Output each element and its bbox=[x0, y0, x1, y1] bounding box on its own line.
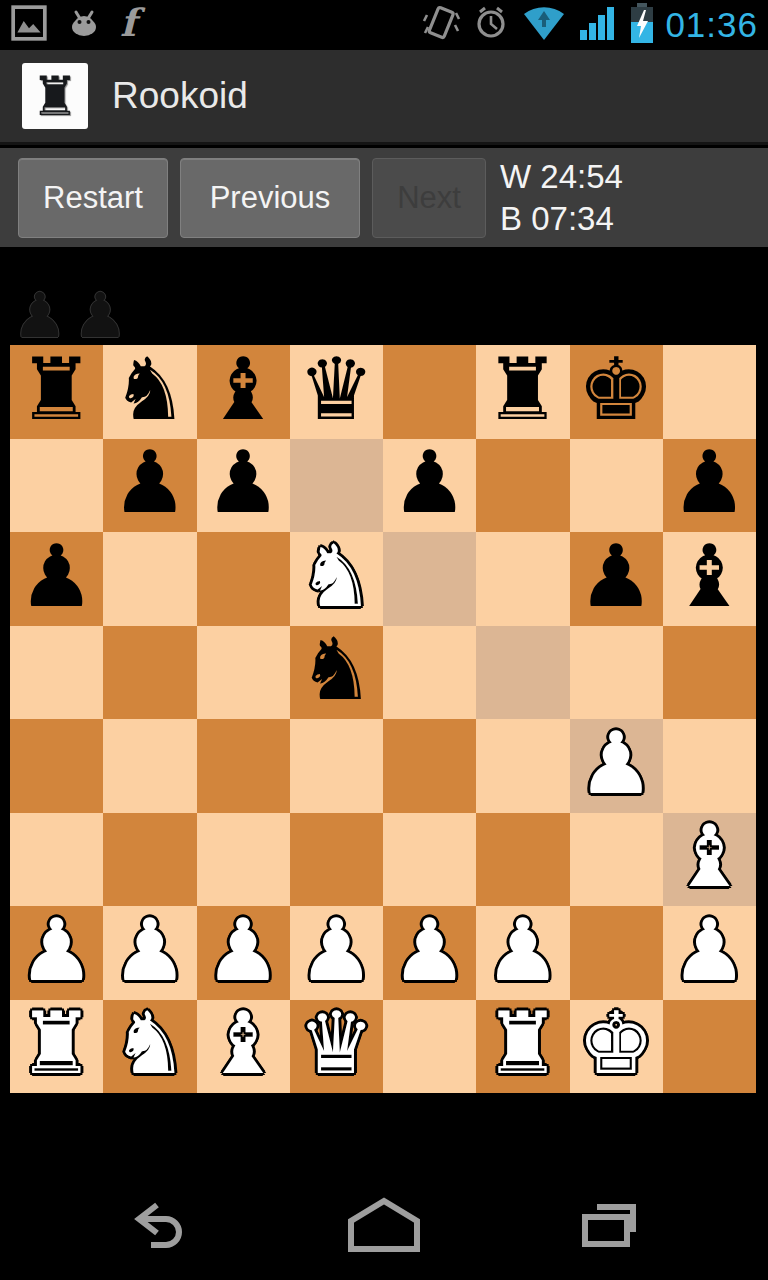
square-d2[interactable]: ♟ bbox=[290, 906, 383, 1000]
battery-charging-icon bbox=[629, 2, 655, 48]
square-g3[interactable] bbox=[570, 813, 663, 907]
square-a1[interactable]: ♜ bbox=[10, 1000, 103, 1094]
square-a8[interactable]: ♜ bbox=[10, 345, 103, 439]
status-left-icons: f bbox=[10, 0, 136, 50]
white-pawn-piece: ♟ bbox=[205, 907, 282, 993]
square-d8[interactable]: ♛ bbox=[290, 345, 383, 439]
square-d5[interactable]: ♞ bbox=[290, 626, 383, 720]
square-b2[interactable]: ♟ bbox=[103, 906, 196, 1000]
white-queen-piece: ♛ bbox=[298, 1000, 375, 1086]
square-f4[interactable] bbox=[476, 719, 569, 813]
square-e8[interactable] bbox=[383, 345, 476, 439]
square-h3[interactable]: ♝ bbox=[663, 813, 756, 907]
square-e3[interactable] bbox=[383, 813, 476, 907]
white-king-piece: ♚ bbox=[578, 1000, 655, 1086]
square-g8[interactable]: ♚ bbox=[570, 345, 663, 439]
black-pawn-piece: ♟ bbox=[205, 439, 282, 525]
white-pawn-piece: ♟ bbox=[671, 907, 748, 993]
black-pawn-piece: ♟ bbox=[111, 439, 188, 525]
square-h5[interactable] bbox=[663, 626, 756, 720]
square-f5[interactable] bbox=[476, 626, 569, 720]
previous-button[interactable]: Previous bbox=[180, 158, 360, 238]
square-a5[interactable] bbox=[10, 626, 103, 720]
black-bishop-piece: ♝ bbox=[205, 346, 282, 432]
square-g7[interactable] bbox=[570, 439, 663, 533]
square-d3[interactable] bbox=[290, 813, 383, 907]
white-pawn-piece: ♟ bbox=[18, 907, 95, 993]
clocks: W 24:54 B 07:34 bbox=[500, 156, 623, 240]
square-d1[interactable]: ♛ bbox=[290, 1000, 383, 1094]
recents-icon[interactable] bbox=[576, 1192, 642, 1258]
square-h2[interactable]: ♟ bbox=[663, 906, 756, 1000]
captured-black-pawn: ♟ bbox=[12, 286, 68, 346]
white-rook-piece: ♜ bbox=[484, 1000, 561, 1086]
square-a4[interactable] bbox=[10, 719, 103, 813]
back-icon[interactable] bbox=[126, 1192, 192, 1258]
white-pawn-piece: ♟ bbox=[298, 907, 375, 993]
status-right-icons: 01:36 bbox=[421, 0, 758, 50]
square-h7[interactable]: ♟ bbox=[663, 439, 756, 533]
black-knight-piece: ♞ bbox=[111, 346, 188, 432]
square-g1[interactable]: ♚ bbox=[570, 1000, 663, 1094]
android-icon bbox=[64, 3, 104, 47]
app-icon: ♜ bbox=[22, 63, 88, 129]
square-b3[interactable] bbox=[103, 813, 196, 907]
signal-icon bbox=[577, 3, 619, 47]
black-knight-piece: ♞ bbox=[298, 626, 375, 712]
square-g6[interactable]: ♟ bbox=[570, 532, 663, 626]
square-c7[interactable]: ♟ bbox=[197, 439, 290, 533]
home-icon[interactable] bbox=[344, 1193, 424, 1257]
square-e5[interactable] bbox=[383, 626, 476, 720]
square-d7[interactable] bbox=[290, 439, 383, 533]
black-pawn-piece: ♟ bbox=[18, 533, 95, 619]
square-d4[interactable] bbox=[290, 719, 383, 813]
action-bar: ♜ Rookoid bbox=[0, 50, 768, 145]
square-e6[interactable] bbox=[383, 532, 476, 626]
square-c6[interactable] bbox=[197, 532, 290, 626]
black-pawn-piece: ♟ bbox=[391, 439, 468, 525]
square-c3[interactable] bbox=[197, 813, 290, 907]
toolbar: Restart Previous Next W 24:54 B 07:34 bbox=[0, 148, 768, 247]
black-rook-piece: ♜ bbox=[484, 346, 561, 432]
square-a2[interactable]: ♟ bbox=[10, 906, 103, 1000]
square-h1[interactable] bbox=[663, 1000, 756, 1094]
white-knight-piece: ♞ bbox=[111, 1000, 188, 1086]
square-c2[interactable]: ♟ bbox=[197, 906, 290, 1000]
black-pawn-piece: ♟ bbox=[671, 439, 748, 525]
square-h8[interactable] bbox=[663, 345, 756, 439]
black-king-piece: ♚ bbox=[578, 346, 655, 432]
square-g2[interactable] bbox=[570, 906, 663, 1000]
next-button-disabled[interactable]: Next bbox=[372, 158, 486, 238]
gallery-icon bbox=[10, 4, 48, 46]
square-d6[interactable]: ♞ bbox=[290, 532, 383, 626]
captured-black-pawn: ♟ bbox=[73, 286, 129, 346]
app-title: Rookoid bbox=[112, 75, 248, 117]
black-pawn-piece: ♟ bbox=[578, 533, 655, 619]
white-bishop-piece: ♝ bbox=[205, 1000, 282, 1086]
chess-board: ♜♞♝♛♜♚♟♟♟♟♟♞♟♝♞♟♝♟♟♟♟♟♟♟♜♞♝♛♜♚ bbox=[10, 345, 756, 1093]
white-pawn-piece: ♟ bbox=[111, 907, 188, 993]
square-e1[interactable] bbox=[383, 1000, 476, 1094]
square-e7[interactable]: ♟ bbox=[383, 439, 476, 533]
square-b1[interactable]: ♞ bbox=[103, 1000, 196, 1094]
square-h4[interactable] bbox=[663, 719, 756, 813]
square-b5[interactable] bbox=[103, 626, 196, 720]
white-pawn-piece: ♟ bbox=[578, 720, 655, 806]
square-e4[interactable] bbox=[383, 719, 476, 813]
status-time: 01:36 bbox=[665, 5, 758, 45]
alarm-icon bbox=[471, 3, 511, 47]
square-e2[interactable]: ♟ bbox=[383, 906, 476, 1000]
f-icon: f bbox=[120, 4, 136, 42]
white-bishop-piece: ♝ bbox=[671, 813, 748, 899]
black-rook-piece: ♜ bbox=[18, 346, 95, 432]
square-f6[interactable] bbox=[476, 532, 569, 626]
vibrate-icon bbox=[421, 3, 461, 47]
square-f3[interactable] bbox=[476, 813, 569, 907]
white-clock: W 24:54 bbox=[500, 156, 623, 198]
square-b8[interactable]: ♞ bbox=[103, 345, 196, 439]
square-c4[interactable] bbox=[197, 719, 290, 813]
square-c5[interactable] bbox=[197, 626, 290, 720]
square-a3[interactable] bbox=[10, 813, 103, 907]
wifi-icon bbox=[521, 3, 567, 47]
square-g4[interactable]: ♟ bbox=[570, 719, 663, 813]
white-pawn-piece: ♟ bbox=[484, 907, 561, 993]
white-rook-piece: ♜ bbox=[18, 1000, 95, 1086]
black-bishop-piece: ♝ bbox=[671, 533, 748, 619]
square-a6[interactable]: ♟ bbox=[10, 532, 103, 626]
square-f7[interactable] bbox=[476, 439, 569, 533]
black-queen-piece: ♛ bbox=[298, 346, 375, 432]
square-h6[interactable]: ♝ bbox=[663, 532, 756, 626]
square-f2[interactable]: ♟ bbox=[476, 906, 569, 1000]
black-clock: B 07:34 bbox=[500, 198, 623, 240]
white-pawn-piece: ♟ bbox=[391, 907, 468, 993]
captured-pieces-tray: ♟♟ bbox=[12, 286, 128, 346]
restart-button[interactable]: Restart bbox=[18, 158, 168, 238]
square-c8[interactable]: ♝ bbox=[197, 345, 290, 439]
square-b7[interactable]: ♟ bbox=[103, 439, 196, 533]
white-knight-piece: ♞ bbox=[298, 533, 375, 619]
navigation-bar bbox=[0, 1170, 768, 1280]
square-b6[interactable] bbox=[103, 532, 196, 626]
square-b4[interactable] bbox=[103, 719, 196, 813]
square-g5[interactable] bbox=[570, 626, 663, 720]
square-f8[interactable]: ♜ bbox=[476, 345, 569, 439]
square-f1[interactable]: ♜ bbox=[476, 1000, 569, 1094]
square-c1[interactable]: ♝ bbox=[197, 1000, 290, 1094]
square-a7[interactable] bbox=[10, 439, 103, 533]
status-bar: f bbox=[0, 0, 768, 50]
